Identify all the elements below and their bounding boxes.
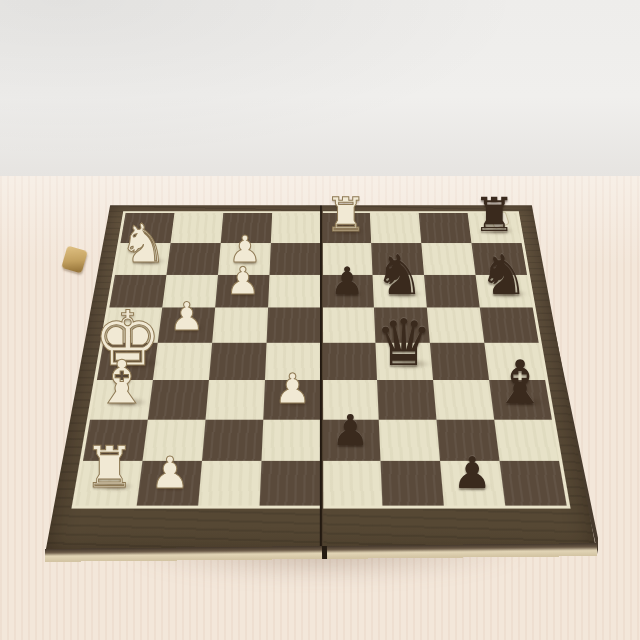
black-knight[interactable]: ♞ (479, 248, 528, 303)
white-rook[interactable]: ♜ (325, 192, 367, 239)
black-knight[interactable]: ♞ (375, 248, 424, 303)
black-pawn[interactable]: ♟ (331, 409, 369, 452)
white-knight[interactable]: ♞ (119, 217, 167, 271)
black-rook[interactable]: ♜ (473, 192, 515, 239)
black-bishop[interactable]: ♝ (493, 353, 547, 413)
white-bishop[interactable]: ♝ (95, 353, 149, 413)
white-rook[interactable]: ♜ (84, 440, 135, 497)
white-pawn[interactable]: ♟ (226, 263, 260, 301)
piece-layer: ♜♜♞♟♟♟♞♞♟♚♛♝♟♝♟♜♟♟ (0, 0, 640, 640)
white-pawn[interactable]: ♟ (274, 369, 311, 410)
white-pawn[interactable]: ♟ (150, 451, 189, 495)
white-pawn[interactable]: ♟ (169, 296, 204, 335)
black-pawn[interactable]: ♟ (452, 451, 491, 495)
photo-scene: ♜♜♞♟♟♟♞♞♟♚♛♝♟♝♟♜♟♟ (0, 0, 640, 640)
black-pawn[interactable]: ♟ (330, 263, 364, 301)
black-queen[interactable]: ♛ (375, 311, 433, 375)
